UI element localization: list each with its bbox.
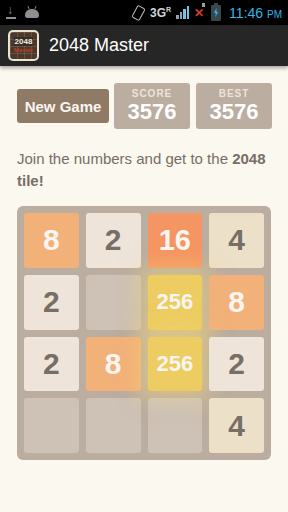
vibrate-icon: [131, 4, 146, 21]
app-title: 2048 Master: [49, 35, 149, 56]
new-game-button[interactable]: New Game: [17, 89, 109, 123]
instruction-text: Join the numbers and get to the 2048 til…: [17, 148, 271, 192]
status-bar-right: 3GR ✕ 11:46 PM: [134, 5, 282, 21]
tile-256: 256: [148, 337, 203, 392]
charging-bolt-icon: [213, 8, 219, 18]
score-panel: SCORE 3576 BEST 3576: [114, 83, 272, 129]
score-box: SCORE 3576: [114, 83, 190, 129]
game-content: New Game SCORE 3576 BEST 3576 Join the n…: [0, 66, 288, 512]
tile-4: 4: [209, 213, 264, 268]
status-bar-left: [6, 7, 39, 19]
app-icon-text-bottom: Master: [14, 46, 33, 54]
network-label-text: 3G: [150, 6, 166, 20]
top-controls-row: New Game SCORE 3576 BEST 3576: [17, 83, 272, 129]
network-type-label: 3GR: [150, 6, 171, 20]
tile-256: 256: [148, 275, 203, 330]
roaming-badge: R: [166, 6, 171, 13]
score-value: 3576: [128, 100, 177, 124]
tile-2: 2: [86, 213, 141, 268]
tile-4: 4: [209, 398, 264, 453]
empty-cell: [86, 275, 141, 330]
tile-2: 2: [24, 275, 79, 330]
android-debug-icon: [25, 9, 39, 18]
best-box: BEST 3576: [196, 83, 272, 129]
board[interactable]: 82164225682825624: [17, 206, 271, 460]
instruction-normal: Join the numbers and get to the: [17, 150, 232, 167]
sync-error-icon: ✕: [194, 7, 204, 19]
phone-screen: 3GR ✕ 11:46 PM 2048 Master 2048 Master N…: [0, 0, 288, 512]
app-icon[interactable]: 2048 Master: [8, 30, 39, 61]
app-icon-art: 2048 Master: [10, 32, 37, 59]
empty-cell: [24, 398, 79, 453]
tile-16: 16: [148, 213, 203, 268]
tile-2: 2: [24, 337, 79, 392]
best-value: 3576: [210, 100, 259, 124]
clock-period: PM: [267, 9, 282, 20]
signal-bars-icon: [176, 6, 189, 19]
tile-8: 8: [209, 275, 264, 330]
clock-time: 11:46: [229, 5, 263, 21]
app-icon-text-top: 2048: [14, 37, 34, 46]
status-clock: 11:46 PM: [229, 5, 282, 21]
empty-cell: [86, 398, 141, 453]
tile-2: 2: [209, 337, 264, 392]
empty-cell: [148, 398, 203, 453]
download-icon: [6, 7, 16, 19]
action-bar: 2048 Master 2048 Master: [0, 25, 288, 66]
status-bar: 3GR ✕ 11:46 PM: [0, 0, 288, 25]
tile-8: 8: [24, 213, 79, 268]
battery-charging-icon: [211, 5, 221, 21]
tile-8: 8: [86, 337, 141, 392]
